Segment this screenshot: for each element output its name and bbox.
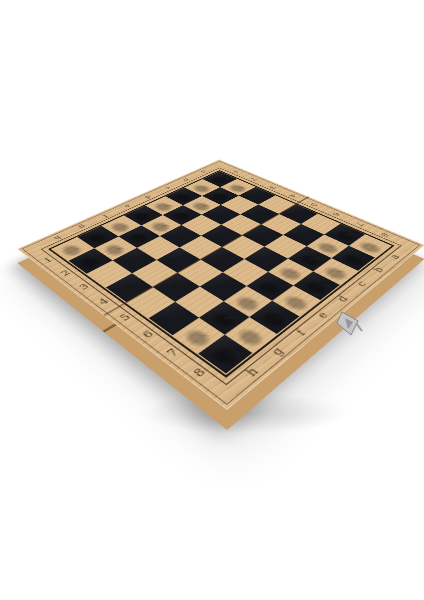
file-label-d-near: d — [335, 294, 350, 303]
perspective-scene: 1122334455667788aabbccddeeffgghh♜♞♝♛♚♝♞♜… — [0, 0, 424, 600]
rank-label-6-near: 6 — [140, 329, 155, 340]
clasp-icon — [334, 309, 368, 343]
rank-label-2-near: 2 — [59, 269, 72, 277]
rook-glyph: ♜ — [205, 314, 245, 359]
rank-label-8-near: 8 — [191, 366, 208, 379]
chess-board: 1122334455667788aabbccddeeffgghh♜♞♝♛♚♝♞♜… — [17, 160, 424, 410]
rank-label-5-near: 5 — [118, 312, 133, 322]
pawn-glyph: ♟ — [126, 211, 152, 240]
file-label-e-near: e — [315, 310, 330, 320]
rank-label-3-far: 3 — [268, 185, 278, 190]
rank-label-5-far: 5 — [308, 202, 319, 207]
rank-label-1-near: 1 — [42, 256, 55, 264]
pawn-glyph: ♟ — [77, 233, 105, 264]
rank-label-2-far: 2 — [249, 177, 259, 181]
product-photo-stage: 1122334455667788aabbccddeeffgghh♜♞♝♛♚♝♞♜… — [0, 0, 424, 600]
file-label-f-near: f — [294, 328, 308, 337]
pawn-glyph: ♟ — [149, 200, 174, 228]
file-label-h-near: h — [244, 366, 261, 379]
file-label-b-near: b — [372, 266, 386, 274]
rank-label-7-near: 7 — [165, 347, 181, 359]
rank-label-4-far: 4 — [287, 193, 297, 198]
file-label-a-near: a — [388, 253, 402, 260]
rank-label-3-near: 3 — [77, 283, 91, 292]
pawn-glyph: ♟ — [102, 222, 129, 252]
file-label-g-near: g — [269, 346, 286, 358]
file-label-c-near: c — [354, 280, 368, 288]
rank-label-4-near: 4 — [97, 297, 111, 306]
